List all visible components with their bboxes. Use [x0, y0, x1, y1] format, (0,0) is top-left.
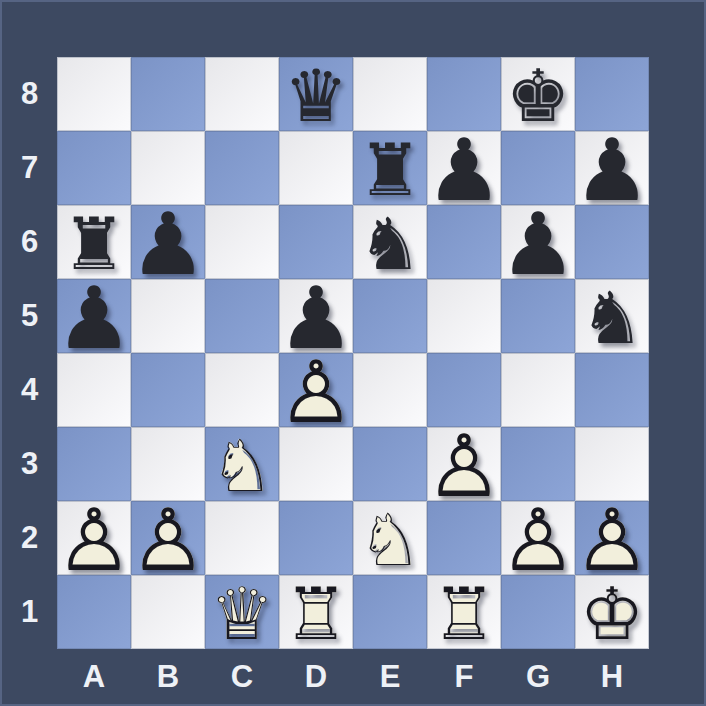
square-e2[interactable]: ♞♘	[353, 501, 427, 575]
square-b4[interactable]	[131, 353, 205, 427]
chess-diagram: 87654321 ♛♚♜♟♟♜♟♞♟♟♟♞♟♙♞♘♟♙♟♙♟♙♞♘♟♙♟♙♛♕♜…	[0, 0, 706, 706]
square-e8[interactable]	[353, 57, 427, 131]
white-queen[interactable]: ♛♕	[205, 577, 279, 651]
square-d1[interactable]: ♜♖	[279, 575, 353, 649]
file-label-f: F	[427, 649, 501, 704]
black-king[interactable]: ♚	[501, 59, 575, 133]
file-label-c: C	[205, 649, 279, 704]
black-rook[interactable]: ♜	[353, 133, 427, 207]
piece-outline-layer: ♙	[575, 503, 649, 577]
white-pawn[interactable]: ♟♙	[501, 503, 575, 577]
square-f3[interactable]: ♟♙	[427, 427, 501, 501]
piece-outline-layer: ♙	[131, 503, 205, 577]
black-pawn[interactable]: ♟	[575, 133, 649, 207]
square-g8[interactable]: ♚	[501, 57, 575, 131]
piece-outline-layer: ♖	[279, 577, 353, 651]
rank-label-1: 1	[2, 575, 57, 649]
square-f1[interactable]: ♜♖	[427, 575, 501, 649]
white-pawn[interactable]: ♟♙	[575, 503, 649, 577]
square-c4[interactable]	[205, 353, 279, 427]
white-knight[interactable]: ♞♘	[353, 503, 427, 577]
black-pawn[interactable]: ♟	[57, 281, 131, 355]
white-pawn[interactable]: ♟♙	[57, 503, 131, 577]
square-d3[interactable]	[279, 427, 353, 501]
square-d4[interactable]: ♟♙	[279, 353, 353, 427]
square-e6[interactable]: ♞	[353, 205, 427, 279]
square-d8[interactable]: ♛	[279, 57, 353, 131]
square-h5[interactable]: ♞	[575, 279, 649, 353]
black-knight[interactable]: ♞	[353, 207, 427, 281]
square-b8[interactable]	[131, 57, 205, 131]
white-rook[interactable]: ♜♖	[427, 577, 501, 651]
square-a5[interactable]: ♟	[57, 279, 131, 353]
rank-label-6: 6	[2, 205, 57, 279]
square-a7[interactable]	[57, 131, 131, 205]
square-h7[interactable]: ♟	[575, 131, 649, 205]
square-h4[interactable]	[575, 353, 649, 427]
white-pawn[interactable]: ♟♙	[279, 355, 353, 429]
square-g1[interactable]	[501, 575, 575, 649]
square-e1[interactable]	[353, 575, 427, 649]
square-g5[interactable]	[501, 279, 575, 353]
square-e5[interactable]	[353, 279, 427, 353]
rank-label-2: 2	[2, 501, 57, 575]
rank-label-4: 4	[2, 353, 57, 427]
piece-outline-layer: ♙	[57, 503, 131, 577]
piece-outline-layer: ♖	[427, 577, 501, 651]
piece-outline-layer: ♕	[205, 577, 279, 651]
white-rook[interactable]: ♜♖	[279, 577, 353, 651]
square-c7[interactable]	[205, 131, 279, 205]
square-g6[interactable]: ♟	[501, 205, 575, 279]
piece-outline-layer: ♘	[205, 429, 279, 503]
square-g4[interactable]	[501, 353, 575, 427]
square-g2[interactable]: ♟♙	[501, 501, 575, 575]
board[interactable]: ♛♚♜♟♟♜♟♞♟♟♟♞♟♙♞♘♟♙♟♙♟♙♞♘♟♙♟♙♛♕♜♖♜♖♚♔	[57, 57, 649, 649]
piece-outline-layer: ♙	[279, 355, 353, 429]
black-queen[interactable]: ♛	[279, 59, 353, 133]
black-knight[interactable]: ♞	[575, 281, 649, 355]
square-h6[interactable]	[575, 205, 649, 279]
piece-outline-layer: ♙	[427, 429, 501, 503]
file-label-e: E	[353, 649, 427, 704]
square-c6[interactable]	[205, 205, 279, 279]
rank-label-7: 7	[2, 131, 57, 205]
square-f7[interactable]: ♟	[427, 131, 501, 205]
square-d2[interactable]	[279, 501, 353, 575]
black-pawn[interactable]: ♟	[501, 207, 575, 281]
square-f6[interactable]	[427, 205, 501, 279]
black-pawn[interactable]: ♟	[427, 133, 501, 207]
piece-outline-layer: ♔	[575, 577, 649, 651]
file-labels: ABCDEFGH	[57, 649, 649, 704]
square-c8[interactable]	[205, 57, 279, 131]
square-c1[interactable]: ♛♕	[205, 575, 279, 649]
piece-outline-layer: ♘	[353, 503, 427, 577]
file-label-b: B	[131, 649, 205, 704]
square-e3[interactable]	[353, 427, 427, 501]
square-b6[interactable]: ♟	[131, 205, 205, 279]
rank-label-3: 3	[2, 427, 57, 501]
square-e4[interactable]	[353, 353, 427, 427]
square-f5[interactable]	[427, 279, 501, 353]
square-a1[interactable]	[57, 575, 131, 649]
file-label-g: G	[501, 649, 575, 704]
square-a8[interactable]	[57, 57, 131, 131]
white-pawn[interactable]: ♟♙	[427, 429, 501, 503]
piece-outline-layer: ♙	[501, 503, 575, 577]
square-b1[interactable]	[131, 575, 205, 649]
square-c3[interactable]: ♞♘	[205, 427, 279, 501]
file-label-h: H	[575, 649, 649, 704]
square-f2[interactable]	[427, 501, 501, 575]
rank-label-8: 8	[2, 57, 57, 131]
square-b5[interactable]	[131, 279, 205, 353]
file-label-d: D	[279, 649, 353, 704]
square-c5[interactable]	[205, 279, 279, 353]
square-d7[interactable]	[279, 131, 353, 205]
white-pawn[interactable]: ♟♙	[131, 503, 205, 577]
square-h1[interactable]: ♚♔	[575, 575, 649, 649]
rank-label-5: 5	[2, 279, 57, 353]
chess-board-frame: 87654321 ♛♚♜♟♟♜♟♞♟♟♟♞♟♙♞♘♟♙♟♙♟♙♞♘♟♙♟♙♛♕♜…	[0, 0, 706, 706]
file-label-a: A	[57, 649, 131, 704]
square-e7[interactable]: ♜	[353, 131, 427, 205]
square-h2[interactable]: ♟♙	[575, 501, 649, 575]
white-knight[interactable]: ♞♘	[205, 429, 279, 503]
rank-labels: 87654321	[2, 57, 57, 649]
white-king[interactable]: ♚♔	[575, 577, 649, 651]
square-b2[interactable]: ♟♙	[131, 501, 205, 575]
black-pawn[interactable]: ♟	[131, 207, 205, 281]
square-a4[interactable]	[57, 353, 131, 427]
square-a2[interactable]: ♟♙	[57, 501, 131, 575]
square-c2[interactable]	[205, 501, 279, 575]
